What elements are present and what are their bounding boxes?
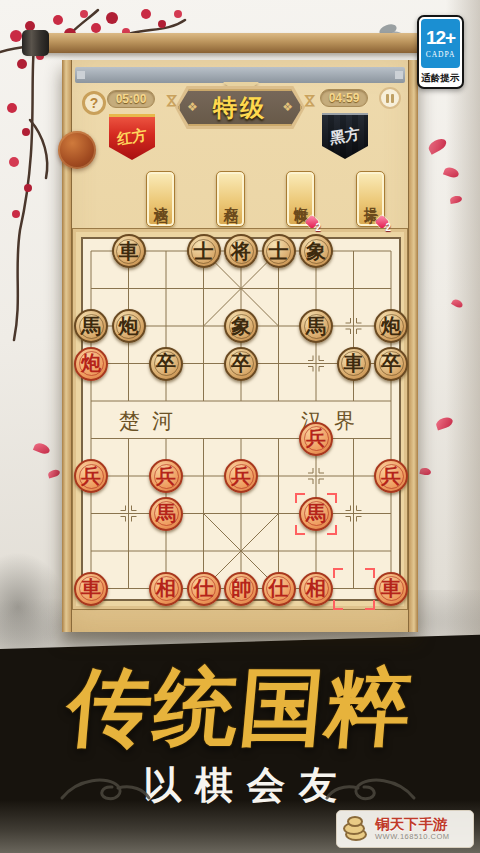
- piece-black-advisor[interactable]: 士: [187, 234, 221, 268]
- pause-button[interactable]: [379, 87, 401, 109]
- coins-icon: [341, 815, 371, 843]
- scroll-rail-right: [408, 60, 418, 632]
- petal: [449, 195, 462, 204]
- petal: [427, 136, 449, 155]
- piece-red-advisor[interactable]: 仕: [262, 572, 296, 606]
- piece-red-elephant[interactable]: 相: [299, 572, 333, 606]
- seal-decoration: [58, 131, 96, 169]
- piece-black-cannon[interactable]: 炮: [112, 309, 146, 343]
- piece-black-elephant[interactable]: 象: [299, 234, 333, 268]
- help-button[interactable]: ?: [82, 91, 106, 115]
- black-side-badge: 黑方: [322, 113, 368, 159]
- diamond-ornament: ❖: [282, 100, 293, 114]
- piece-red-cannon[interactable]: 炮: [74, 347, 108, 381]
- piece-red-elephant[interactable]: 相: [149, 572, 183, 606]
- piece-red-general[interactable]: 帥: [224, 572, 258, 606]
- scroll-rod: [24, 33, 462, 53]
- piece-red-rook[interactable]: 車: [374, 572, 408, 606]
- button-悔棋[interactable]: 悔棋2: [286, 171, 315, 227]
- black-timer: 04:59: [320, 89, 368, 107]
- piece-red-horse[interactable]: 馬: [299, 497, 333, 531]
- age-rating-label: 适龄提示: [419, 72, 462, 85]
- watermark: 铜天下手游 WWW.168510.COM: [336, 810, 474, 848]
- age-rating-org: CADPA: [426, 50, 456, 59]
- gem-cost-badge: 2: [375, 215, 389, 229]
- app-screen: 12+ CADPA 适龄提示 ? 05:00 ⋈ ❖ 特级 ❖ ⋈ 04:59 …: [0, 0, 480, 853]
- level-label: 特级: [213, 92, 267, 124]
- game-scroll-panel: ? 05:00 ⋈ ❖ 特级 ❖ ⋈ 04:59 红方 黑方 读档存档悔棋2提示…: [62, 60, 418, 632]
- petal: [443, 166, 460, 180]
- piece-black-horse[interactable]: 馬: [299, 309, 333, 343]
- petal: [33, 441, 51, 455]
- scroll-top-strip: [75, 67, 405, 83]
- button-读档[interactable]: 读档: [146, 171, 175, 227]
- piece-black-elephant[interactable]: 象: [224, 309, 258, 343]
- button-提示[interactable]: 提示2: [356, 171, 385, 227]
- piece-red-pawn[interactable]: 兵: [149, 459, 183, 493]
- button-label: 提示: [362, 196, 380, 202]
- piece-black-horse[interactable]: 馬: [74, 309, 108, 343]
- river-label-left: 楚河: [91, 407, 201, 435]
- petal: [435, 416, 454, 431]
- petal: [451, 298, 464, 310]
- red-side-label: 红方: [117, 125, 148, 149]
- piece-red-horse[interactable]: 馬: [149, 497, 183, 531]
- piece-black-pawn[interactable]: 卒: [224, 347, 258, 381]
- watermark-url: WWW.168510.COM: [375, 833, 450, 841]
- piece-black-pawn[interactable]: 卒: [374, 347, 408, 381]
- button-存档[interactable]: 存档: [216, 171, 245, 227]
- board-field[interactable]: 楚河 汉界 車士将士象馬炮象馬炮炮卒卒車卒兵兵兵兵兵馬馬車相仕帥仕相車: [81, 237, 401, 601]
- petal: [47, 468, 60, 478]
- button-label: 存档: [222, 196, 240, 202]
- cloud-ornament: [56, 774, 152, 806]
- hourglass-icon: ⋈: [301, 94, 319, 109]
- piece-black-rook[interactable]: 車: [337, 347, 371, 381]
- banner-title: 传统国粹: [0, 658, 480, 758]
- red-timer: 05:00: [107, 90, 155, 108]
- age-rating-number: 12+: [426, 28, 455, 48]
- board-frame: 楚河 汉界 車士将士象馬炮象馬炮炮卒卒車卒兵兵兵兵兵馬馬車相仕帥仕相車: [72, 228, 408, 610]
- piece-red-advisor[interactable]: 仕: [187, 572, 221, 606]
- piece-black-advisor[interactable]: 士: [262, 234, 296, 268]
- piece-red-pawn[interactable]: 兵: [224, 459, 258, 493]
- piece-black-cannon[interactable]: 炮: [374, 309, 408, 343]
- cloud-ornament: [324, 774, 420, 806]
- black-side-label: 黑方: [330, 124, 361, 148]
- ink-smudge: [0, 552, 66, 662]
- piece-red-rook[interactable]: 車: [74, 572, 108, 606]
- scroll-rod-cap: [22, 30, 49, 56]
- diamond-ornament: ❖: [187, 100, 198, 114]
- petal: [419, 467, 431, 476]
- red-side-badge: 红方: [109, 114, 155, 160]
- piece-black-rook[interactable]: 車: [112, 234, 146, 268]
- piece-black-general[interactable]: 将: [224, 234, 258, 268]
- watermark-title: 铜天下手游: [375, 817, 450, 833]
- level-plaque: ❖ 特级 ❖: [175, 86, 305, 129]
- button-label: 读档: [152, 196, 170, 202]
- age-rating-inner: 12+ CADPA: [421, 19, 460, 68]
- piece-red-pawn[interactable]: 兵: [74, 459, 108, 493]
- age-rating-badge: 12+ CADPA 适龄提示: [417, 15, 464, 89]
- button-label: 悔棋: [292, 196, 310, 202]
- piece-black-pawn[interactable]: 卒: [149, 347, 183, 381]
- gem-cost-badge: 2: [305, 215, 319, 229]
- piece-red-pawn[interactable]: 兵: [299, 422, 333, 456]
- piece-red-pawn[interactable]: 兵: [374, 459, 408, 493]
- toolbar: 读档存档悔棋2提示2: [62, 171, 418, 229]
